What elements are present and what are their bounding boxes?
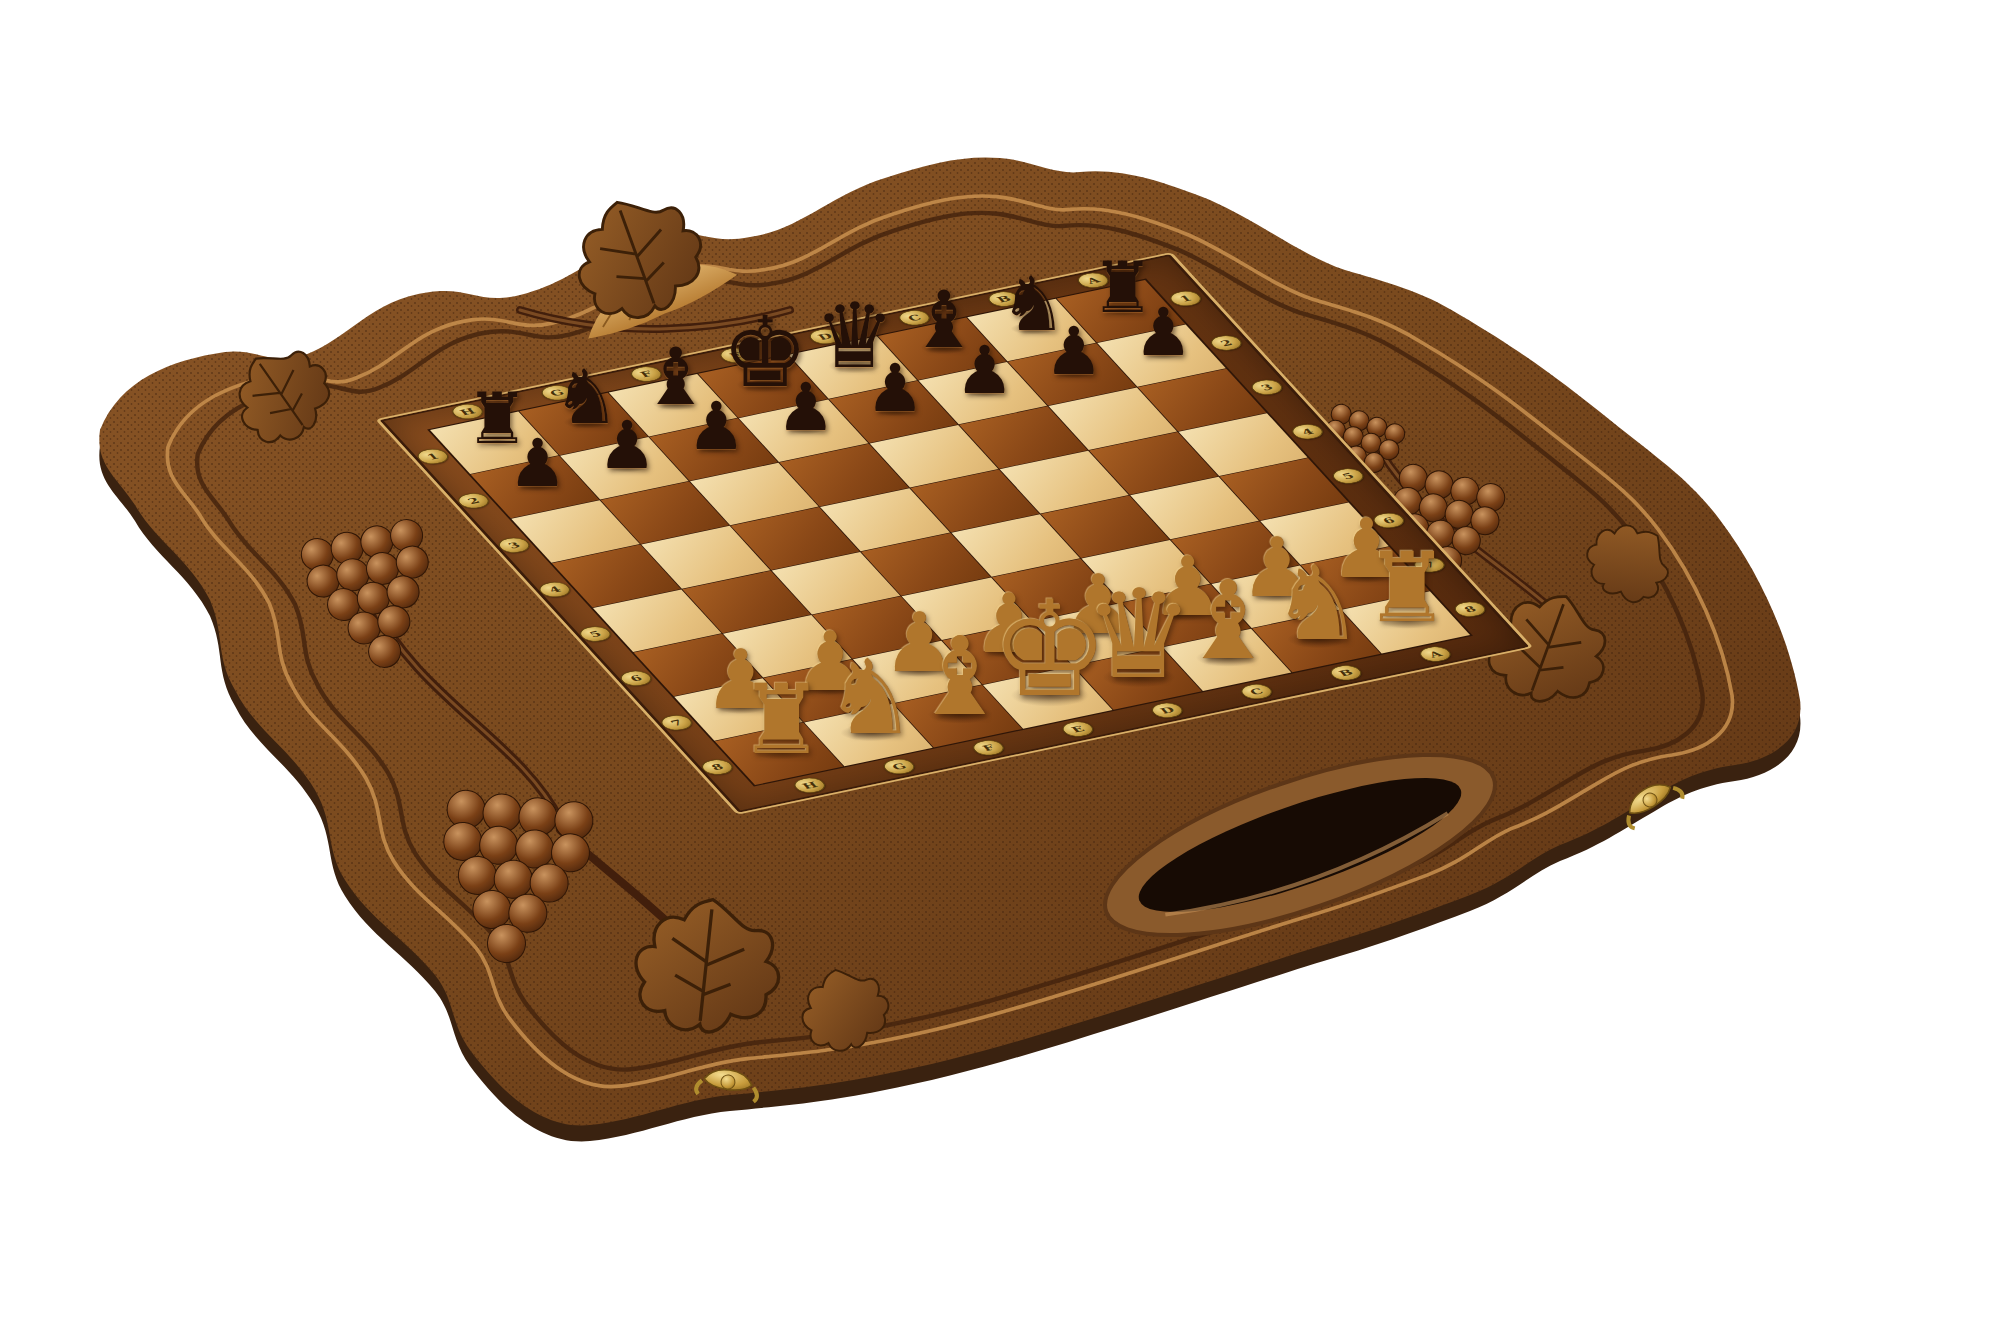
black-pawn-H2[interactable]: ♟ <box>508 431 567 497</box>
white-knight-B8[interactable]: ♞ <box>1272 553 1364 656</box>
black-pawn-C2[interactable]: ♟ <box>955 338 1014 404</box>
black-pawn-D2[interactable]: ♟ <box>866 356 925 422</box>
black-pawn-B2[interactable]: ♟ <box>1044 319 1103 385</box>
white-rook-A8[interactable]: ♜ <box>1364 540 1450 636</box>
photo-stage: HHGGFFEEDDCCBBAA1122334455667788 ♜♞♝♚♛♝♞… <box>0 0 2000 1332</box>
white-bishop-C8[interactable]: ♝ <box>1180 567 1277 675</box>
black-pawn-E2[interactable]: ♟ <box>776 375 835 441</box>
white-bishop-F8[interactable]: ♝ <box>912 623 1009 731</box>
black-pawn-A2[interactable]: ♟ <box>1134 300 1193 366</box>
black-pawn-F2[interactable]: ♟ <box>687 394 746 460</box>
white-rook-H8[interactable]: ♜ <box>738 671 824 767</box>
black-pawn-G2[interactable]: ♟ <box>597 413 656 479</box>
white-knight-G8[interactable]: ♞ <box>825 646 917 749</box>
